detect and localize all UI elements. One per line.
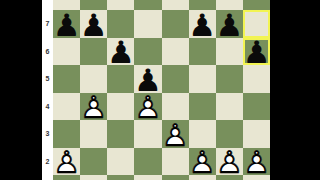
- square-c6[interactable]: ♟: [107, 38, 134, 66]
- square-g3[interactable]: [216, 120, 243, 148]
- white-pawn[interactable]: ♟♙: [134, 93, 161, 121]
- square-g8[interactable]: [216, 0, 243, 10]
- square-g6[interactable]: [216, 38, 243, 66]
- square-g2[interactable]: ♟♙: [216, 148, 243, 176]
- square-b5[interactable]: [80, 65, 107, 93]
- square-e5[interactable]: [162, 65, 189, 93]
- black-pawn[interactable]: ♟: [80, 10, 107, 38]
- square-f6[interactable]: [189, 38, 216, 66]
- rank-label-5: 5: [42, 65, 53, 93]
- square-f2[interactable]: ♟♙: [189, 148, 216, 176]
- square-g5[interactable]: [216, 65, 243, 93]
- square-c8[interactable]: [107, 0, 134, 10]
- square-h5[interactable]: [243, 65, 270, 93]
- square-f8[interactable]: [189, 0, 216, 10]
- square-e8[interactable]: [162, 0, 189, 10]
- square-c3[interactable]: [107, 120, 134, 148]
- square-a1[interactable]: [53, 175, 80, 180]
- square-d2[interactable]: [134, 148, 161, 176]
- rank-label-7: 7: [42, 10, 53, 38]
- rank-label-strip: 87654321: [42, 0, 53, 180]
- square-f5[interactable]: [189, 65, 216, 93]
- black-pawn[interactable]: ♟: [189, 10, 216, 38]
- square-d8[interactable]: [134, 0, 161, 10]
- square-a3[interactable]: [53, 120, 80, 148]
- rank-label-4: 4: [42, 93, 53, 121]
- square-e7[interactable]: [162, 10, 189, 38]
- square-f3[interactable]: [189, 120, 216, 148]
- square-d5[interactable]: ♟: [134, 65, 161, 93]
- square-c2[interactable]: [107, 148, 134, 176]
- black-pawn[interactable]: ♟: [53, 10, 80, 38]
- square-d3[interactable]: [134, 120, 161, 148]
- square-h6[interactable]: ♟: [243, 38, 270, 66]
- chess-board: ♟♟♟♟♟♟♟♟♙♟♙♟♙♟♙♟♙♟♙♟♙: [53, 0, 270, 180]
- square-a4[interactable]: [53, 93, 80, 121]
- square-e3[interactable]: ♟♙: [162, 120, 189, 148]
- rank-label-2: 2: [42, 148, 53, 176]
- square-b8[interactable]: [80, 0, 107, 10]
- white-pawn[interactable]: ♟♙: [162, 120, 189, 148]
- square-b1[interactable]: [80, 175, 107, 180]
- square-g7[interactable]: ♟: [216, 10, 243, 38]
- rank-label-3: 3: [42, 120, 53, 148]
- square-h2[interactable]: ♟♙: [243, 148, 270, 176]
- white-pawn[interactable]: ♟♙: [189, 148, 216, 176]
- square-g4[interactable]: [216, 93, 243, 121]
- square-f4[interactable]: [189, 93, 216, 121]
- square-b2[interactable]: [80, 148, 107, 176]
- square-d7[interactable]: [134, 10, 161, 38]
- square-e2[interactable]: [162, 148, 189, 176]
- square-d6[interactable]: [134, 38, 161, 66]
- rank-label-1: 1: [42, 175, 53, 180]
- black-pawn[interactable]: ♟: [134, 65, 161, 93]
- square-e4[interactable]: [162, 93, 189, 121]
- black-pawn[interactable]: ♟: [107, 38, 134, 66]
- square-h7[interactable]: [243, 10, 270, 38]
- square-c4[interactable]: [107, 93, 134, 121]
- square-a7[interactable]: ♟: [53, 10, 80, 38]
- square-h1[interactable]: [243, 175, 270, 180]
- square-b7[interactable]: ♟: [80, 10, 107, 38]
- white-pawn[interactable]: ♟♙: [53, 148, 80, 176]
- square-c7[interactable]: [107, 10, 134, 38]
- square-a5[interactable]: [53, 65, 80, 93]
- square-a6[interactable]: [53, 38, 80, 66]
- rank-label-6: 6: [42, 38, 53, 66]
- white-pawn[interactable]: ♟♙: [80, 93, 107, 121]
- square-d4[interactable]: ♟♙: [134, 93, 161, 121]
- square-d1[interactable]: [134, 175, 161, 180]
- square-c1[interactable]: [107, 175, 134, 180]
- rank-label-8: 8: [42, 0, 53, 10]
- square-e6[interactable]: [162, 38, 189, 66]
- white-pawn[interactable]: ♟♙: [243, 148, 270, 176]
- square-b3[interactable]: [80, 120, 107, 148]
- square-f7[interactable]: ♟: [189, 10, 216, 38]
- square-c5[interactable]: [107, 65, 134, 93]
- black-pawn[interactable]: ♟: [243, 38, 270, 66]
- square-b4[interactable]: ♟♙: [80, 93, 107, 121]
- square-a2[interactable]: ♟♙: [53, 148, 80, 176]
- square-f1[interactable]: [189, 175, 216, 180]
- square-h3[interactable]: [243, 120, 270, 148]
- square-e1[interactable]: [162, 175, 189, 180]
- white-pawn[interactable]: ♟♙: [216, 148, 243, 176]
- chess-board-view: 87654321 ♟♟♟♟♟♟♟♟♙♟♙♟♙♟♙♟♙♟♙♟♙: [0, 0, 320, 180]
- black-pawn[interactable]: ♟: [216, 10, 243, 38]
- square-h4[interactable]: [243, 93, 270, 121]
- square-b6[interactable]: [80, 38, 107, 66]
- square-a8[interactable]: [53, 0, 80, 10]
- square-g1[interactable]: [216, 175, 243, 180]
- square-h8[interactable]: [243, 0, 270, 10]
